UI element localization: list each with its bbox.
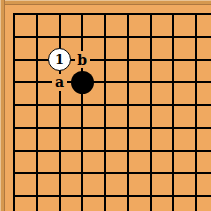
- board-intersection: [104, 172, 127, 195]
- board-intersection: [195, 59, 211, 82]
- board-intersection: [172, 81, 195, 104]
- board-intersection: [59, 13, 82, 36]
- board-intersection: [59, 127, 82, 150]
- board-intersection: [127, 36, 150, 59]
- board-intersection: [104, 150, 127, 173]
- board-grid: 1ba: [13, 13, 211, 211]
- board-frame-top: [0, 0, 211, 5]
- board-intersection: [59, 195, 82, 211]
- board-intersection: [104, 36, 127, 59]
- board-intersection: [127, 150, 150, 173]
- board-intersection: [195, 104, 211, 127]
- board-intersection: [150, 127, 173, 150]
- board-intersection: [36, 195, 59, 211]
- board-intersection: [150, 59, 173, 82]
- board-intersection: [13, 127, 36, 150]
- board-intersection: [150, 150, 173, 173]
- board-intersection: [13, 195, 36, 211]
- board-intersection: [172, 172, 195, 195]
- board-intersection: [172, 36, 195, 59]
- board-intersection: [172, 195, 195, 211]
- board-intersection: [150, 36, 173, 59]
- board-intersection: [127, 59, 150, 82]
- board-intersection: [81, 13, 104, 36]
- board-intersection: [195, 127, 211, 150]
- point-label-b: b: [75, 51, 90, 68]
- board-intersection: [36, 13, 59, 36]
- board-intersection: [127, 127, 150, 150]
- board-intersection: [81, 81, 104, 104]
- black-stone: [71, 71, 94, 94]
- board-intersection: [172, 127, 195, 150]
- board-intersection: [150, 195, 173, 211]
- point-label-a: a: [52, 74, 67, 91]
- board-intersection: [36, 127, 59, 150]
- board-intersection: [104, 104, 127, 127]
- go-board-diagram: 1ba: [0, 0, 211, 211]
- board-intersection: [104, 127, 127, 150]
- board-intersection: [13, 81, 36, 104]
- board-intersection: [127, 81, 150, 104]
- board-intersection: [195, 81, 211, 104]
- board-intersection: [81, 150, 104, 173]
- board-intersection: [81, 195, 104, 211]
- board-intersection: [13, 172, 36, 195]
- board-intersection: [172, 13, 195, 36]
- board-intersection: [172, 59, 195, 82]
- board-intersection: [127, 195, 150, 211]
- board-intersection: [172, 150, 195, 173]
- board-intersection: [150, 172, 173, 195]
- board-intersection: [13, 150, 36, 173]
- board-intersection: [81, 172, 104, 195]
- board-intersection: [36, 172, 59, 195]
- board-intersection: [195, 195, 211, 211]
- board-intersection: [104, 13, 127, 36]
- board-intersection: [59, 172, 82, 195]
- board-intersection: [127, 104, 150, 127]
- board-intersection: [104, 195, 127, 211]
- board-intersection: [13, 59, 36, 82]
- board-intersection: [59, 150, 82, 173]
- board-intersection: [104, 59, 127, 82]
- board-intersection: [13, 36, 36, 59]
- board-intersection: [81, 104, 104, 127]
- board-intersection: [127, 13, 150, 36]
- board-intersection: [36, 104, 59, 127]
- board-intersection: [150, 13, 173, 36]
- board-intersection: [13, 13, 36, 36]
- board-intersection: [195, 150, 211, 173]
- board-intersection: [172, 104, 195, 127]
- board-intersection: [59, 104, 82, 127]
- board-frame-left: [0, 0, 5, 211]
- board-intersection: [127, 172, 150, 195]
- board-intersection: [195, 36, 211, 59]
- board-intersection: [195, 172, 211, 195]
- board-intersection: [81, 127, 104, 150]
- board-intersection: [195, 13, 211, 36]
- board-intersection: [36, 150, 59, 173]
- board-intersection: [150, 81, 173, 104]
- white-stone: 1: [48, 48, 71, 71]
- board-intersection: [104, 81, 127, 104]
- board-intersection: [13, 104, 36, 127]
- board-intersection: [150, 104, 173, 127]
